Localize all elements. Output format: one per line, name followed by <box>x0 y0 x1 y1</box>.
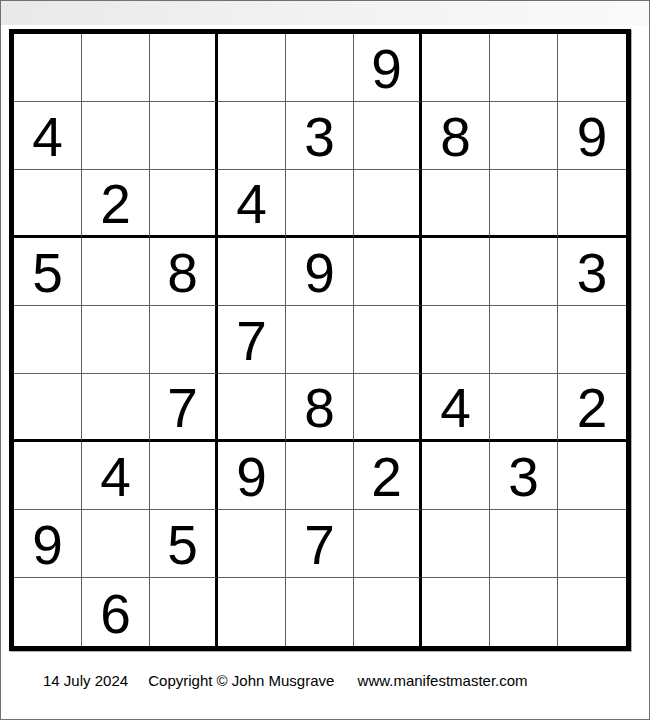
top-gradient-band <box>1 1 649 25</box>
footer-website: www.manifestmaster.com <box>358 672 528 689</box>
cell-r3c1[interactable] <box>14 170 82 238</box>
cell-r5c5[interactable] <box>286 306 354 374</box>
cell-r1c2[interactable] <box>82 34 150 102</box>
cell-r8c3[interactable]: 5 <box>150 510 218 578</box>
footer: 14 July 2024 Copyright © John Musgrave w… <box>43 672 528 689</box>
cell-r7c1[interactable] <box>14 442 82 510</box>
cell-r2c4[interactable] <box>218 102 286 170</box>
cell-r2c2[interactable] <box>82 102 150 170</box>
cell-r9c1[interactable] <box>14 578 82 646</box>
cell-r6c9[interactable]: 2 <box>558 374 626 442</box>
cell-r2c3[interactable] <box>150 102 218 170</box>
cell-r4c8[interactable] <box>490 238 558 306</box>
cell-r9c6[interactable] <box>354 578 422 646</box>
cell-r2c9[interactable]: 9 <box>558 102 626 170</box>
cell-r7c8[interactable]: 3 <box>490 442 558 510</box>
cell-r6c6[interactable] <box>354 374 422 442</box>
cell-r4c5[interactable]: 9 <box>286 238 354 306</box>
cell-r7c4[interactable]: 9 <box>218 442 286 510</box>
cell-r8c5[interactable]: 7 <box>286 510 354 578</box>
cell-r5c1[interactable] <box>14 306 82 374</box>
cell-r5c4[interactable]: 7 <box>218 306 286 374</box>
cell-r6c5[interactable]: 8 <box>286 374 354 442</box>
cell-r9c3[interactable] <box>150 578 218 646</box>
cell-r8c6[interactable] <box>354 510 422 578</box>
cell-r5c7[interactable] <box>422 306 490 374</box>
cell-r1c1[interactable] <box>14 34 82 102</box>
cell-r7c7[interactable] <box>422 442 490 510</box>
cell-r5c9[interactable] <box>558 306 626 374</box>
cell-r8c1[interactable]: 9 <box>14 510 82 578</box>
cell-r8c4[interactable] <box>218 510 286 578</box>
cell-r5c2[interactable] <box>82 306 150 374</box>
cell-r1c4[interactable] <box>218 34 286 102</box>
cell-r4c6[interactable] <box>354 238 422 306</box>
cell-r5c6[interactable] <box>354 306 422 374</box>
cell-r7c3[interactable] <box>150 442 218 510</box>
cell-r9c2[interactable]: 6 <box>82 578 150 646</box>
cell-r3c3[interactable] <box>150 170 218 238</box>
cell-r8c9[interactable] <box>558 510 626 578</box>
cell-r6c4[interactable] <box>218 374 286 442</box>
cell-r3c2[interactable]: 2 <box>82 170 150 238</box>
puzzle-page: 943892458937784249239576 14 July 2024 Co… <box>0 0 650 720</box>
cell-r5c8[interactable] <box>490 306 558 374</box>
cell-r6c2[interactable] <box>82 374 150 442</box>
cell-r2c8[interactable] <box>490 102 558 170</box>
cell-r4c2[interactable] <box>82 238 150 306</box>
cell-r6c1[interactable] <box>14 374 82 442</box>
cell-r5c3[interactable] <box>150 306 218 374</box>
cell-r3c5[interactable] <box>286 170 354 238</box>
sudoku-board: 943892458937784249239576 <box>9 29 631 651</box>
cell-r9c9[interactable] <box>558 578 626 646</box>
cell-r3c8[interactable] <box>490 170 558 238</box>
cell-r3c7[interactable] <box>422 170 490 238</box>
cell-r8c7[interactable] <box>422 510 490 578</box>
cell-r2c7[interactable]: 8 <box>422 102 490 170</box>
cell-r1c9[interactable] <box>558 34 626 102</box>
cell-r9c5[interactable] <box>286 578 354 646</box>
cell-r7c6[interactable]: 2 <box>354 442 422 510</box>
cell-r1c8[interactable] <box>490 34 558 102</box>
footer-copyright: Copyright © John Musgrave <box>148 672 334 689</box>
cell-r4c1[interactable]: 5 <box>14 238 82 306</box>
cell-r4c4[interactable] <box>218 238 286 306</box>
cell-r6c7[interactable]: 4 <box>422 374 490 442</box>
cell-r7c2[interactable]: 4 <box>82 442 150 510</box>
cell-r4c3[interactable]: 8 <box>150 238 218 306</box>
cell-r2c5[interactable]: 3 <box>286 102 354 170</box>
cell-r7c9[interactable] <box>558 442 626 510</box>
footer-date: 14 July 2024 <box>43 672 128 689</box>
cell-r1c3[interactable] <box>150 34 218 102</box>
cell-r6c3[interactable]: 7 <box>150 374 218 442</box>
cell-r4c9[interactable]: 3 <box>558 238 626 306</box>
cell-r1c7[interactable] <box>422 34 490 102</box>
cell-r1c6[interactable]: 9 <box>354 34 422 102</box>
cell-r9c4[interactable] <box>218 578 286 646</box>
cell-r1c5[interactable] <box>286 34 354 102</box>
cell-r3c9[interactable] <box>558 170 626 238</box>
cell-r3c4[interactable]: 4 <box>218 170 286 238</box>
cell-r3c6[interactable] <box>354 170 422 238</box>
cell-r9c8[interactable] <box>490 578 558 646</box>
cell-r2c6[interactable] <box>354 102 422 170</box>
cell-r6c8[interactable] <box>490 374 558 442</box>
cell-r2c1[interactable]: 4 <box>14 102 82 170</box>
cell-r4c7[interactable] <box>422 238 490 306</box>
cell-r8c8[interactable] <box>490 510 558 578</box>
cell-r7c5[interactable] <box>286 442 354 510</box>
cell-r9c7[interactable] <box>422 578 490 646</box>
cell-r8c2[interactable] <box>82 510 150 578</box>
